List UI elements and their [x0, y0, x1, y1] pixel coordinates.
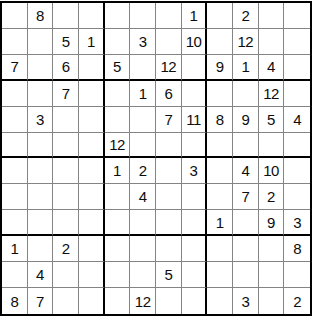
cell-r3c2-empty[interactable]: [28, 55, 54, 81]
cell-r2c2-empty[interactable]: [28, 29, 54, 55]
cell-r1c7-empty[interactable]: [156, 3, 182, 29]
cell-r12c2-given: 7: [28, 288, 54, 314]
cell-r7c3-empty[interactable]: [53, 158, 79, 184]
cell-r2c1-empty[interactable]: [2, 29, 28, 55]
cell-r9c6-empty[interactable]: [130, 210, 156, 236]
cell-r8c3-empty[interactable]: [53, 184, 79, 210]
cell-r1c5-empty[interactable]: [105, 3, 131, 29]
cell-r7c12-empty[interactable]: [284, 158, 310, 184]
cell-r6c5-given: 12: [105, 133, 131, 159]
cell-r2c8-given: 10: [182, 29, 208, 55]
cell-r4c10-empty[interactable]: [233, 81, 259, 107]
cell-r1c8-given: 1: [182, 3, 208, 29]
cell-r5c9-given: 8: [207, 107, 233, 133]
cell-r8c8-empty[interactable]: [182, 184, 208, 210]
cell-r1c9-empty[interactable]: [207, 3, 233, 29]
cell-r11c5-empty[interactable]: [105, 262, 131, 288]
cell-r3c5-given: 5: [105, 55, 131, 81]
cell-r10c11-empty[interactable]: [259, 236, 285, 262]
cell-r1c4-empty[interactable]: [79, 3, 105, 29]
cell-r6c4-empty[interactable]: [79, 133, 105, 159]
cell-r2c5-empty[interactable]: [105, 29, 131, 55]
cell-r11c2-given: 4: [28, 262, 54, 288]
cell-r2c9-empty[interactable]: [207, 29, 233, 55]
cell-r7c8-given: 3: [182, 158, 208, 184]
cell-r8c7-empty[interactable]: [156, 184, 182, 210]
cell-r5c3-empty[interactable]: [53, 107, 79, 133]
cell-r2c4-given: 1: [79, 29, 105, 55]
cell-r10c12-given: 8: [284, 236, 310, 262]
sudoku-board: 8125131012765129147161237118954121234104…: [0, 1, 312, 316]
cell-r8c6-given: 4: [130, 184, 156, 210]
cell-r3c11-given: 4: [259, 55, 285, 81]
cell-r8c2-empty[interactable]: [28, 184, 54, 210]
cell-r12c7-empty[interactable]: [156, 288, 182, 314]
cell-r5c5-empty[interactable]: [105, 107, 131, 133]
cell-r6c3-empty[interactable]: [53, 133, 79, 159]
cell-r12c8-empty[interactable]: [182, 288, 208, 314]
cell-r6c6-empty[interactable]: [130, 133, 156, 159]
cell-r9c8-empty[interactable]: [182, 210, 208, 236]
cell-r4c2-empty[interactable]: [28, 81, 54, 107]
cell-r7c4-empty[interactable]: [79, 158, 105, 184]
cell-r2c10-given: 12: [233, 29, 259, 55]
cell-r6c7-empty[interactable]: [156, 133, 182, 159]
cell-r4c9-empty[interactable]: [207, 81, 233, 107]
cell-r11c10-empty[interactable]: [233, 262, 259, 288]
cell-r9c5-empty[interactable]: [105, 210, 131, 236]
cell-r9c10-empty[interactable]: [233, 210, 259, 236]
cell-r11c3-empty[interactable]: [53, 262, 79, 288]
cell-r11c7-given: 5: [156, 262, 182, 288]
cell-r9c12-given: 3: [284, 210, 310, 236]
cell-r3c1-given: 7: [2, 55, 28, 81]
cell-r1c12-empty[interactable]: [284, 3, 310, 29]
cell-r7c7-empty[interactable]: [156, 158, 182, 184]
cell-r8c12-empty[interactable]: [284, 184, 310, 210]
cell-r3c4-empty[interactable]: [79, 55, 105, 81]
cell-r6c8-empty[interactable]: [182, 133, 208, 159]
cell-r5c6-empty[interactable]: [130, 107, 156, 133]
cell-r8c5-empty[interactable]: [105, 184, 131, 210]
cell-r8c11-given: 2: [259, 184, 285, 210]
cell-r5c12-given: 4: [284, 107, 310, 133]
cell-r1c11-empty[interactable]: [259, 3, 285, 29]
cell-r9c3-empty[interactable]: [53, 210, 79, 236]
cell-r2c11-empty[interactable]: [259, 29, 285, 55]
cell-r11c8-empty[interactable]: [182, 262, 208, 288]
cell-r8c10-given: 7: [233, 184, 259, 210]
cell-r11c9-empty[interactable]: [207, 262, 233, 288]
cell-r7c1-empty[interactable]: [2, 158, 28, 184]
cell-r5c8-given: 11: [182, 107, 208, 133]
cell-r10c10-empty[interactable]: [233, 236, 259, 262]
cell-r2c7-empty[interactable]: [156, 29, 182, 55]
cell-r12c3-empty[interactable]: [53, 288, 79, 314]
cell-r9c2-empty[interactable]: [28, 210, 54, 236]
cell-r12c9-empty[interactable]: [207, 288, 233, 314]
cell-r2c6-given: 3: [130, 29, 156, 55]
cell-r5c4-empty[interactable]: [79, 107, 105, 133]
cell-r1c1-empty[interactable]: [2, 3, 28, 29]
cell-r10c7-empty[interactable]: [156, 236, 182, 262]
cell-r1c3-empty[interactable]: [53, 3, 79, 29]
cell-r10c8-empty[interactable]: [182, 236, 208, 262]
cell-r4c8-empty[interactable]: [182, 81, 208, 107]
cell-r7c9-empty[interactable]: [207, 158, 233, 184]
cell-r9c1-empty[interactable]: [2, 210, 28, 236]
cell-r10c4-empty[interactable]: [79, 236, 105, 262]
cell-r7c2-empty[interactable]: [28, 158, 54, 184]
cell-r12c10-given: 3: [233, 288, 259, 314]
cell-r6c10-empty[interactable]: [233, 133, 259, 159]
cell-r11c6-empty[interactable]: [130, 262, 156, 288]
cell-r12c4-empty[interactable]: [79, 288, 105, 314]
cell-r6c9-empty[interactable]: [207, 133, 233, 159]
cell-r3c9-given: 9: [207, 55, 233, 81]
cell-r6c12-empty[interactable]: [284, 133, 310, 159]
cell-r6c1-empty[interactable]: [2, 133, 28, 159]
cell-r11c12-empty[interactable]: [284, 262, 310, 288]
cell-r1c6-empty[interactable]: [130, 3, 156, 29]
cell-r5c2-given: 3: [28, 107, 54, 133]
cell-r5c11-given: 5: [259, 107, 285, 133]
cell-r4c1-empty[interactable]: [2, 81, 28, 107]
cell-r4c12-empty[interactable]: [284, 81, 310, 107]
cell-r8c4-empty[interactable]: [79, 184, 105, 210]
cell-r12c1-given: 8: [2, 288, 28, 314]
cell-r10c1-given: 1: [2, 236, 28, 262]
cell-r4c7-given: 6: [156, 81, 182, 107]
cell-r8c1-empty[interactable]: [2, 184, 28, 210]
cell-r2c3-given: 5: [53, 29, 79, 55]
cell-r4c5-empty[interactable]: [105, 81, 131, 107]
cell-r3c6-empty[interactable]: [130, 55, 156, 81]
cell-r6c11-empty[interactable]: [259, 133, 285, 159]
cell-r10c5-empty[interactable]: [105, 236, 131, 262]
cell-r10c3-given: 2: [53, 236, 79, 262]
cell-r10c6-empty[interactable]: [130, 236, 156, 262]
cell-r12c11-empty[interactable]: [259, 288, 285, 314]
cell-r5c7-given: 7: [156, 107, 182, 133]
cell-r4c11-given: 12: [259, 81, 285, 107]
cell-r9c11-given: 9: [259, 210, 285, 236]
cell-r5c10-given: 9: [233, 107, 259, 133]
cell-r12c12-given: 2: [284, 288, 310, 314]
cell-r1c2-given: 8: [28, 3, 54, 29]
cell-r1c10-given: 2: [233, 3, 259, 29]
cell-r10c2-empty[interactable]: [28, 236, 54, 262]
cell-r3c7-given: 12: [156, 55, 182, 81]
cell-r7c11-given: 10: [259, 158, 285, 184]
cell-r11c4-empty[interactable]: [79, 262, 105, 288]
cell-r6c2-empty[interactable]: [28, 133, 54, 159]
cell-r9c4-empty[interactable]: [79, 210, 105, 236]
cell-r7c10-given: 4: [233, 158, 259, 184]
cell-r5c1-empty[interactable]: [2, 107, 28, 133]
cell-r3c12-empty[interactable]: [284, 55, 310, 81]
cell-r4c4-empty[interactable]: [79, 81, 105, 107]
cell-r3c3-given: 6: [53, 55, 79, 81]
cell-r11c1-empty[interactable]: [2, 262, 28, 288]
cell-r10c9-empty[interactable]: [207, 236, 233, 262]
cell-r3c8-empty[interactable]: [182, 55, 208, 81]
cell-r12c5-empty[interactable]: [105, 288, 131, 314]
cell-r3c10-given: 1: [233, 55, 259, 81]
cell-r4c3-given: 7: [53, 81, 79, 107]
cell-r9c7-empty[interactable]: [156, 210, 182, 236]
cell-r7c5-given: 1: [105, 158, 131, 184]
cell-r2c12-empty[interactable]: [284, 29, 310, 55]
cell-r12c6-given: 12: [130, 288, 156, 314]
cell-r11c11-empty[interactable]: [259, 262, 285, 288]
cell-r7c6-given: 2: [130, 158, 156, 184]
cell-r8c9-empty[interactable]: [207, 184, 233, 210]
cell-r4c6-given: 1: [130, 81, 156, 107]
cell-r9c9-given: 1: [207, 210, 233, 236]
